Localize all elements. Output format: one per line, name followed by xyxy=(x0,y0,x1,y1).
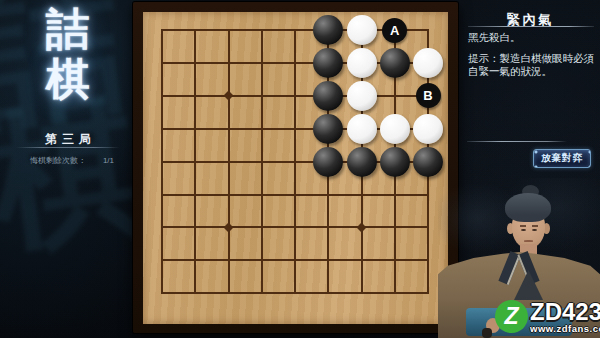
black-stone xyxy=(380,147,410,177)
white-stone xyxy=(413,48,443,78)
eye xyxy=(521,229,526,231)
grid-line xyxy=(161,194,429,196)
marker-b[interactable]: B xyxy=(416,83,441,108)
white-stone xyxy=(347,114,377,144)
give-up-button[interactable]: 放棄對弈 xyxy=(533,149,591,168)
left-divider xyxy=(16,147,120,148)
page-title: 詰 棋 xyxy=(22,4,114,104)
white-stone xyxy=(347,15,377,45)
black-stone xyxy=(313,48,343,78)
round-label: 第三局 xyxy=(10,131,126,148)
hint-text: 提示：製造白棋做眼時必須自緊一氣的狀況。 xyxy=(468,52,599,78)
eyebrow xyxy=(520,225,526,227)
eyebrow xyxy=(532,225,538,227)
watermark-name: ZD423 xyxy=(530,300,600,323)
black-stone xyxy=(313,81,343,111)
board-frame: AB xyxy=(133,2,458,333)
grid-line xyxy=(161,226,429,228)
mouth xyxy=(524,240,533,242)
title-underline xyxy=(468,26,594,27)
white-stone xyxy=(413,114,443,144)
white-stone xyxy=(347,48,377,78)
undo-counter-label: 悔棋剩餘次數： xyxy=(30,155,86,166)
marker-a[interactable]: A xyxy=(382,18,407,43)
undo-counter: 悔棋剩餘次數： 1/1 xyxy=(30,155,114,166)
black-stone xyxy=(313,114,343,144)
watermark-url: www.zdfans.com xyxy=(530,323,600,334)
game-screen: 詰 棋 詰 棋 第三局 悔棋剩餘次數： 1/1 AB 緊內氣 黑先殺白。 提示：… xyxy=(0,0,600,338)
watermark: Z ZD423 www.zdfans.com xyxy=(495,300,600,334)
grid-line xyxy=(161,259,429,261)
objective-text: 黑先殺白。 xyxy=(468,31,596,45)
right-divider xyxy=(467,141,567,142)
black-stone xyxy=(413,147,443,177)
black-stone xyxy=(313,15,343,45)
black-stone xyxy=(347,147,377,177)
held-object xyxy=(482,328,492,338)
eye xyxy=(532,229,537,231)
white-stone xyxy=(380,114,410,144)
go-board[interactable]: AB xyxy=(143,12,448,324)
black-stone xyxy=(380,48,410,78)
undo-counter-value: 1/1 xyxy=(103,156,114,165)
star-point xyxy=(224,91,234,101)
white-stone xyxy=(347,81,377,111)
star-point xyxy=(224,222,234,232)
grid-line xyxy=(161,292,429,294)
star-point xyxy=(357,222,367,232)
zdfans-logo-icon: Z xyxy=(495,300,528,333)
headwrap xyxy=(505,193,551,222)
black-stone xyxy=(313,147,343,177)
